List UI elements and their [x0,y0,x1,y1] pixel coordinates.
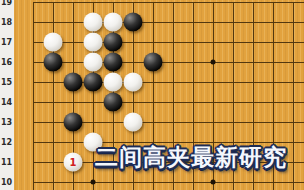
white-stone-C11[interactable]: 1 [64,153,83,172]
grid-line-horizontal [33,42,304,43]
star-point [91,180,96,185]
caption-text: 二间高夹最新研究 [95,142,287,173]
row-label-13: 13 [0,118,13,127]
grid-line-horizontal [33,62,304,63]
black-stone-E16[interactable] [104,53,123,72]
white-stone-E18[interactable] [104,13,123,32]
grid-line-horizontal [33,22,304,23]
black-stone-E17[interactable] [104,33,123,52]
white-stone-F13[interactable] [124,113,143,132]
black-stone-G16[interactable] [144,53,163,72]
row-label-14: 14 [0,98,13,107]
row-label-15: 15 [0,78,13,87]
row-label-12: 12 [0,138,13,147]
white-stone-D16[interactable] [84,53,103,72]
white-stone-E15[interactable] [104,73,123,92]
grid-line-horizontal [33,182,304,183]
black-stone-D15[interactable] [84,73,103,92]
row-label-10: 10 [0,178,13,187]
row-label-16: 16 [0,58,13,67]
go-app-screen: 1 二间高夹最新研究 19181716151413121110 [0,0,304,190]
white-stone-D18[interactable] [84,13,103,32]
black-stone-C15[interactable] [64,73,83,92]
black-stone-F18[interactable] [124,13,143,32]
go-board[interactable]: 1 二间高夹最新研究 [0,0,304,190]
row-label-11: 11 [0,158,13,167]
black-stone-B16[interactable] [44,53,63,72]
row-label-18: 18 [0,18,13,27]
move-number-mark: 1 [70,157,77,167]
star-point [211,60,216,65]
white-stone-B17[interactable] [44,33,63,52]
black-stone-C13[interactable] [64,113,83,132]
grid-line-horizontal [33,2,304,3]
star-point [211,180,216,185]
white-stone-D17[interactable] [84,33,103,52]
row-label-17: 17 [0,38,13,47]
grid-line-horizontal [33,102,304,103]
row-coordinates: 19181716151413121110 [0,0,14,190]
white-stone-F15[interactable] [124,73,143,92]
row-label-19: 19 [0,0,13,7]
black-stone-E14[interactable] [104,93,123,112]
